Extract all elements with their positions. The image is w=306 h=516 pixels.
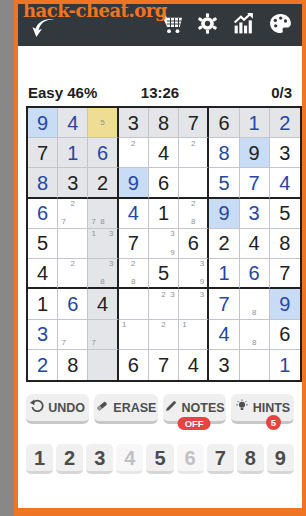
cell-r2c6[interactable]: 2 [179,138,209,168]
cell-r9c1[interactable]: 2 [28,350,58,380]
cell-r6c6[interactable]: 39 [179,259,209,289]
given-digit: 7 [279,263,290,283]
cell-r1c5[interactable]: 8 [149,108,179,138]
cell-r3c2[interactable]: 3 [58,168,88,198]
user-digit: 6 [37,203,48,223]
cell-r2c9[interactable]: 3 [270,138,300,168]
given-digit: 6 [188,233,199,253]
cell-r2c8[interactable]: 9 [240,138,270,168]
cell-r1c2[interactable]: 4 [58,108,88,138]
undo-label: UNDO [48,401,85,415]
pencil-notes: 5 [89,109,115,136]
user-digit: 1 [279,355,290,375]
numpad-key-5[interactable]: 5 [146,444,173,474]
cell-r9c2[interactable]: 8 [58,350,88,380]
given-digit: 5 [279,203,290,223]
cell-r3c8[interactable]: 7 [240,168,270,198]
toolbar: UNDO ERASE NOTES OFF [26,394,294,424]
cell-r1c4[interactable]: 3 [119,108,149,138]
given-digit: 3 [128,113,139,133]
cell-r4c4[interactable]: 4 [119,199,149,229]
pencil-notes: 28 [180,200,206,227]
cell-r4c5[interactable]: 1 [149,199,179,229]
given-digit: 9 [249,143,260,163]
pencil-notes: 39 [180,260,206,286]
numpad-key-4[interactable]: 4 [116,444,143,474]
user-digit: 1 [249,113,260,133]
cell-r5c1[interactable]: 5 [28,229,58,259]
given-digit: 4 [188,355,199,375]
appbar-actions [160,11,293,40]
given-digit: 7 [188,113,199,133]
given-digit: 6 [279,324,290,344]
pencil-notes: 1 [120,321,147,348]
cell-r4c9[interactable]: 5 [270,199,300,229]
notes-off-badge: OFF [178,417,211,431]
settings-gear-icon[interactable] [196,12,219,39]
cell-r8c7[interactable]: 4 [209,320,239,350]
user-digit: 8 [218,143,229,163]
cell-r2c2[interactable]: 1 [58,138,88,168]
cell-r7c8[interactable]: 8 [240,289,270,319]
cell-r8c2[interactable]: 7 [58,320,88,350]
pencil-notes: 8 [241,321,268,348]
cell-r6c8[interactable]: 6 [240,259,270,289]
user-digit: 9 [37,113,48,133]
given-digit: 6 [218,113,229,133]
given-digit: 7 [128,233,139,253]
given-digit: 1 [158,203,169,223]
number-pad: 123456789 [26,444,294,474]
cell-r6c5[interactable]: 5 [149,259,179,289]
cell-r5c6[interactable]: 6 [179,229,209,259]
cell-r1c1[interactable]: 9 [28,108,58,138]
given-digit: 4 [158,143,169,163]
user-digit: 2 [37,355,48,375]
cell-r6c4[interactable]: 28 [119,259,149,289]
given-digit: 5 [158,263,169,283]
given-digit: 8 [158,113,169,133]
cell-r2c3[interactable]: 6 [88,138,118,168]
numpad-key-8[interactable]: 8 [237,444,264,474]
numpad-key-2[interactable]: 2 [56,444,83,474]
given-digit: 4 [249,233,260,253]
cell-r1c3[interactable]: 5 [88,108,118,138]
cell-r1c6[interactable]: 7 [179,108,209,138]
cell-r4c7[interactable]: 9 [209,199,239,229]
cell-r7c2[interactable]: 6 [58,289,88,319]
cell-r3c3[interactable]: 2 [88,168,118,198]
cell-r9c4[interactable]: 6 [119,350,149,380]
user-digit: 8 [37,173,48,193]
timer-label: 13:26 [116,84,204,101]
statistics-icon[interactable] [231,11,256,40]
user-digit: 4 [218,324,229,344]
cell-r1c8[interactable]: 1 [240,108,270,138]
cell-r2c1[interactable]: 7 [28,138,58,168]
user-digit: 7 [249,173,260,193]
cell-r7c7[interactable]: 7 [209,289,239,319]
watermark-text: hack-cheat.org [23,0,167,21]
mistakes-counter: 0/3 [204,84,292,101]
numpad-key-6[interactable]: 6 [177,444,204,474]
pencil-notes: 23 [150,290,177,317]
user-digit: 9 [128,173,139,193]
undo-icon [30,399,44,416]
cell-r4c8[interactable]: 3 [240,199,270,229]
cell-r6c7[interactable]: 1 [209,259,239,289]
user-digit: 6 [67,294,78,314]
given-digit: 4 [97,294,108,314]
bulb-icon [235,399,249,416]
user-digit: 2 [279,113,290,133]
cell-r4c2[interactable]: 27 [58,199,88,229]
given-digit: 7 [37,143,48,163]
given-digit: 5 [37,233,48,253]
eraser-icon [95,399,109,416]
status-bar: Easy 46% 13:26 0/3 [28,84,292,101]
cell-r5c7[interactable]: 2 [209,229,239,259]
cell-r3c1[interactable]: 8 [28,168,58,198]
given-digit: 8 [67,355,78,375]
cell-r3c5[interactable]: 6 [149,168,179,198]
pencil-notes: 2 [150,321,177,348]
erase-button[interactable]: ERASE [94,394,157,424]
pencil-notes: 2 [59,260,86,286]
cell-r2c5[interactable]: 4 [149,138,179,168]
cell-r6c9[interactable]: 7 [270,259,300,289]
cell-r6c3[interactable]: 38 [88,259,118,289]
pencil-notes: 3 [180,290,206,317]
cell-r8c5[interactable]: 2 [149,320,179,350]
notes-button[interactable]: NOTES OFF [163,394,226,424]
given-digit: 2 [218,233,229,253]
pencil-notes: 7 [89,321,115,348]
pencil-notes: 13 [89,230,115,257]
cell-r8c8[interactable]: 8 [240,320,270,350]
cell-r9c5[interactable]: 7 [149,350,179,380]
difficulty-label: Easy 46% [28,84,116,101]
given-digit: 7 [158,355,169,375]
given-digit: 8 [279,233,290,253]
hints-label: HINTS [253,401,291,415]
cell-r7c5[interactable]: 23 [149,289,179,319]
user-digit: 1 [218,263,229,283]
user-digit: 5 [218,173,229,193]
cell-r5c2[interactable] [58,229,88,259]
cell-r8c3[interactable]: 7 [88,320,118,350]
given-digit: 3 [279,143,290,163]
cell-r6c1[interactable]: 4 [28,259,58,289]
user-digit: 4 [279,173,290,193]
cell-r8c4[interactable]: 1 [119,320,149,350]
pencil-notes: 27 [59,200,86,227]
cell-r5c4[interactable]: 7 [119,229,149,259]
cell-r3c4[interactable]: 9 [119,168,149,198]
cell-r9c7[interactable]: 3 [209,350,239,380]
user-digit: 9 [218,203,229,223]
sudoku-grid: 9453876127162428938329657462778412893551… [26,106,302,382]
pencil-notes: 2 [120,139,147,166]
cell-r6c2[interactable]: 2 [58,259,88,289]
user-digit: 4 [128,203,139,223]
cell-r7c1[interactable]: 1 [28,289,58,319]
undo-button[interactable]: UNDO [26,394,89,424]
cell-r1c7[interactable]: 6 [209,108,239,138]
cell-r1c9[interactable]: 2 [270,108,300,138]
theme-palette-icon[interactable] [268,11,293,40]
given-digit: 3 [67,173,78,193]
cell-r9c8[interactable] [240,350,270,380]
cell-r9c6[interactable]: 4 [179,350,209,380]
cell-r7c9[interactable]: 9 [270,289,300,319]
cell-r5c5[interactable]: 39 [149,229,179,259]
given-digit: 6 [158,173,169,193]
pencil-notes: 2 [180,139,206,166]
cell-r5c3[interactable]: 13 [88,229,118,259]
user-digit: 6 [97,143,108,163]
hints-count-badge: 5 [266,415,281,430]
notes-label: NOTES [182,401,225,415]
hints-button[interactable]: HINTS 5 [231,394,294,424]
numpad-key-9[interactable]: 9 [267,444,294,474]
user-digit: 6 [249,263,260,283]
user-digit: 1 [67,143,78,163]
numpad-key-3[interactable]: 3 [86,444,113,474]
cell-r8c6[interactable]: 1 [179,320,209,350]
cell-r4c6[interactable]: 28 [179,199,209,229]
numpad-key-7[interactable]: 7 [207,444,234,474]
user-digit: 7 [218,294,229,314]
cell-r3c9[interactable]: 4 [270,168,300,198]
numpad-key-1[interactable]: 1 [26,444,53,474]
pencil-notes: 7 [59,321,86,348]
given-digit: 3 [218,355,229,375]
pencil-notes: 8 [241,290,268,317]
user-digit: 9 [279,294,290,314]
cell-r2c7[interactable]: 8 [209,138,239,168]
cell-r7c3[interactable]: 4 [88,289,118,319]
pencil-notes: 78 [89,200,115,227]
cell-r8c1[interactable]: 3 [28,320,58,350]
cell-r3c7[interactable]: 5 [209,168,239,198]
pencil-notes: 28 [120,260,147,286]
erase-label: ERASE [113,401,156,415]
cell-r2c4[interactable]: 2 [119,138,149,168]
user-digit: 4 [67,113,78,133]
given-digit: 6 [128,355,139,375]
cell-r5c8[interactable]: 4 [240,229,270,259]
user-digit: 3 [37,324,48,344]
cell-r8c9[interactable]: 6 [270,320,300,350]
cell-r4c1[interactable]: 6 [28,199,58,229]
given-digit: 1 [37,294,48,314]
given-digit: 4 [37,263,48,283]
given-digit: 2 [97,173,108,193]
app-window: hack-cheat.org [14,0,306,516]
cell-r9c3[interactable] [88,350,118,380]
cell-r3c6[interactable] [179,168,209,198]
pencil-notes: 1 [180,321,206,348]
pencil-notes: 39 [150,230,177,257]
cell-r5c9[interactable]: 8 [270,229,300,259]
cell-r4c3[interactable]: 78 [88,199,118,229]
user-digit: 3 [249,203,260,223]
pencil-icon [164,399,178,416]
pencil-notes: 38 [89,260,115,286]
cell-r9c9[interactable]: 1 [270,350,300,380]
cell-r7c4[interactable] [119,289,149,319]
cell-r7c6[interactable]: 3 [179,289,209,319]
